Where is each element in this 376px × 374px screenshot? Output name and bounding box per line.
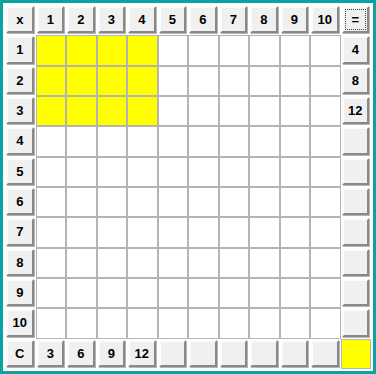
bottom-answer-button-3[interactable]: 9 bbox=[98, 340, 126, 367]
grid-cell-r9c4 bbox=[127, 278, 158, 308]
grid-cell-r7c10 bbox=[310, 217, 341, 247]
grid-cell-r6c5 bbox=[158, 187, 189, 217]
grid-cell-r9c10 bbox=[310, 278, 341, 308]
col-header-button-9[interactable]: 9 bbox=[281, 6, 309, 33]
grid-cell-r1c10 bbox=[310, 35, 341, 65]
grid-cell-r1c1 bbox=[36, 35, 67, 65]
grid-cell-r9c6 bbox=[188, 278, 219, 308]
grid-cell-r5c2 bbox=[66, 157, 97, 187]
grid-cell-r6c2 bbox=[66, 187, 97, 217]
row-header-button-5[interactable]: 5 bbox=[6, 158, 34, 185]
grid-cell-r3c8 bbox=[249, 96, 280, 126]
grid-cell-r8c2 bbox=[66, 248, 97, 278]
bottom-answer-button-4[interactable]: 12 bbox=[128, 340, 156, 367]
grid-cell-r5c5 bbox=[158, 157, 189, 187]
grid-cell-r10c4 bbox=[127, 308, 158, 338]
grid-cell-r9c2 bbox=[66, 278, 97, 308]
grid-cell-r4c6 bbox=[188, 126, 219, 156]
multiply-corner-button[interactable]: x bbox=[6, 6, 34, 33]
row-header-button-7[interactable]: 7 bbox=[6, 218, 34, 245]
grid-cell-r8c6 bbox=[188, 248, 219, 278]
grid-cell-r5c10 bbox=[310, 157, 341, 187]
bottom-answer-button-1[interactable]: 3 bbox=[37, 340, 65, 367]
grid-cell-r1c3 bbox=[97, 35, 128, 65]
col-header-button-3[interactable]: 3 bbox=[98, 6, 126, 33]
row-header-button-3[interactable]: 3 bbox=[6, 97, 34, 124]
row-header-button-1[interactable]: 1 bbox=[6, 36, 34, 63]
right-answer-button-3[interactable]: 12 bbox=[342, 97, 370, 124]
bottom-answer-button-9[interactable] bbox=[281, 340, 309, 367]
row-header-button-2[interactable]: 2 bbox=[6, 67, 34, 94]
grid-cell-r4c3 bbox=[97, 126, 128, 156]
grid-cell-r2c4 bbox=[127, 66, 158, 96]
grid-cell-r1c4 bbox=[127, 35, 158, 65]
grid-cell-r3c5 bbox=[158, 96, 189, 126]
grid-cell-r9c5 bbox=[158, 278, 189, 308]
row-header-button-9[interactable]: 9 bbox=[6, 279, 34, 306]
col-header-button-2[interactable]: 2 bbox=[67, 6, 95, 33]
grid-cell-r9c8 bbox=[249, 278, 280, 308]
right-answer-button-2[interactable]: 8 bbox=[342, 67, 370, 94]
grid-cell-r10c8 bbox=[249, 308, 280, 338]
grid-cell-r4c10 bbox=[310, 126, 341, 156]
col-header-button-5[interactable]: 5 bbox=[159, 6, 187, 33]
col-header-button-10[interactable]: 10 bbox=[311, 6, 339, 33]
equals-button[interactable]: = bbox=[342, 6, 370, 33]
col-header-button-4[interactable]: 4 bbox=[128, 6, 156, 33]
grid-cell-r5c9 bbox=[280, 157, 311, 187]
row-header-button-10[interactable]: 10 bbox=[6, 309, 34, 336]
multiplication-table-app: x12345678910=142831245678910C36912 bbox=[0, 0, 376, 374]
grid-cell-r7c6 bbox=[188, 217, 219, 247]
right-answer-button-9[interactable] bbox=[342, 279, 370, 306]
grid-cell-r6c7 bbox=[219, 187, 250, 217]
grid-cell-r4c7 bbox=[219, 126, 250, 156]
grid-cell-r2c9 bbox=[280, 66, 311, 96]
result-cell bbox=[341, 339, 372, 369]
grid-cell-r3c3 bbox=[97, 96, 128, 126]
grid-cell-r10c1 bbox=[36, 308, 67, 338]
right-answer-button-10[interactable] bbox=[342, 309, 370, 336]
board-grid: x12345678910=142831245678910C36912 bbox=[5, 5, 371, 369]
grid-cell-r3c9 bbox=[280, 96, 311, 126]
grid-cell-r2c8 bbox=[249, 66, 280, 96]
grid-cell-r5c8 bbox=[249, 157, 280, 187]
grid-cell-r9c3 bbox=[97, 278, 128, 308]
bottom-answer-button-10[interactable] bbox=[311, 340, 339, 367]
bottom-answer-button-8[interactable] bbox=[250, 340, 278, 367]
grid-cell-r7c8 bbox=[249, 217, 280, 247]
row-header-button-6[interactable]: 6 bbox=[6, 188, 34, 215]
grid-cell-r1c5 bbox=[158, 35, 189, 65]
grid-cell-r9c9 bbox=[280, 278, 311, 308]
bottom-answer-button-7[interactable] bbox=[220, 340, 248, 367]
row-header-button-8[interactable]: 8 bbox=[6, 249, 34, 276]
row-header-button-4[interactable]: 4 bbox=[6, 127, 34, 154]
grid-cell-r6c8 bbox=[249, 187, 280, 217]
grid-cell-r4c1 bbox=[36, 126, 67, 156]
grid-cell-r2c5 bbox=[158, 66, 189, 96]
grid-cell-r7c1 bbox=[36, 217, 67, 247]
grid-cell-r7c2 bbox=[66, 217, 97, 247]
right-answer-button-5[interactable] bbox=[342, 158, 370, 185]
grid-cell-r3c4 bbox=[127, 96, 158, 126]
grid-cell-r4c2 bbox=[66, 126, 97, 156]
grid-cell-r3c2 bbox=[66, 96, 97, 126]
grid-cell-r10c10 bbox=[310, 308, 341, 338]
grid-cell-r2c6 bbox=[188, 66, 219, 96]
grid-cell-r1c2 bbox=[66, 35, 97, 65]
grid-cell-r3c6 bbox=[188, 96, 219, 126]
grid-cell-r2c10 bbox=[310, 66, 341, 96]
grid-cell-r6c1 bbox=[36, 187, 67, 217]
grid-cell-r8c10 bbox=[310, 248, 341, 278]
right-answer-button-8[interactable] bbox=[342, 249, 370, 276]
grid-cell-r6c6 bbox=[188, 187, 219, 217]
grid-cell-r7c7 bbox=[219, 217, 250, 247]
grid-cell-r10c3 bbox=[97, 308, 128, 338]
grid-cell-r7c3 bbox=[97, 217, 128, 247]
grid-cell-r7c5 bbox=[158, 217, 189, 247]
grid-cell-r6c10 bbox=[310, 187, 341, 217]
grid-cell-r6c9 bbox=[280, 187, 311, 217]
grid-cell-r8c4 bbox=[127, 248, 158, 278]
grid-cell-r8c5 bbox=[158, 248, 189, 278]
grid-cell-r9c1 bbox=[36, 278, 67, 308]
grid-cell-r1c8 bbox=[249, 35, 280, 65]
grid-cell-r6c4 bbox=[127, 187, 158, 217]
grid-cell-r5c7 bbox=[219, 157, 250, 187]
bottom-answer-button-6[interactable] bbox=[189, 340, 217, 367]
col-header-button-8[interactable]: 8 bbox=[250, 6, 278, 33]
clear-button[interactable]: C bbox=[6, 340, 34, 367]
grid-cell-r1c7 bbox=[219, 35, 250, 65]
grid-cell-r4c5 bbox=[158, 126, 189, 156]
col-header-button-1[interactable]: 1 bbox=[37, 6, 65, 33]
grid-cell-r7c9 bbox=[280, 217, 311, 247]
grid-cell-r3c10 bbox=[310, 96, 341, 126]
grid-cell-r6c3 bbox=[97, 187, 128, 217]
right-answer-button-7[interactable] bbox=[342, 218, 370, 245]
grid-cell-r2c7 bbox=[219, 66, 250, 96]
grid-cell-r8c7 bbox=[219, 248, 250, 278]
grid-cell-r1c9 bbox=[280, 35, 311, 65]
grid-cell-r4c9 bbox=[280, 126, 311, 156]
grid-cell-r9c7 bbox=[219, 278, 250, 308]
grid-cell-r10c5 bbox=[158, 308, 189, 338]
grid-cell-r3c7 bbox=[219, 96, 250, 126]
grid-cell-r2c2 bbox=[66, 66, 97, 96]
bottom-answer-button-2[interactable]: 6 bbox=[67, 340, 95, 367]
grid-cell-r7c4 bbox=[127, 217, 158, 247]
grid-cell-r5c1 bbox=[36, 157, 67, 187]
grid-cell-r10c9 bbox=[280, 308, 311, 338]
grid-cell-r5c6 bbox=[188, 157, 219, 187]
right-answer-button-4[interactable] bbox=[342, 127, 370, 154]
grid-cell-r5c4 bbox=[127, 157, 158, 187]
grid-cell-r5c3 bbox=[97, 157, 128, 187]
grid-cell-r2c3 bbox=[97, 66, 128, 96]
bottom-answer-button-5[interactable] bbox=[159, 340, 187, 367]
grid-cell-r10c2 bbox=[66, 308, 97, 338]
grid-cell-r1c6 bbox=[188, 35, 219, 65]
grid-cell-r8c8 bbox=[249, 248, 280, 278]
grid-cell-r8c1 bbox=[36, 248, 67, 278]
grid-cell-r8c9 bbox=[280, 248, 311, 278]
grid-cell-r4c8 bbox=[249, 126, 280, 156]
col-header-button-6[interactable]: 6 bbox=[189, 6, 217, 33]
grid-cell-r8c3 bbox=[97, 248, 128, 278]
grid-cell-r3c1 bbox=[36, 96, 67, 126]
grid-cell-r10c7 bbox=[219, 308, 250, 338]
grid-cell-r4c4 bbox=[127, 126, 158, 156]
grid-cell-r2c1 bbox=[36, 66, 67, 96]
grid-cell-r10c6 bbox=[188, 308, 219, 338]
col-header-button-7[interactable]: 7 bbox=[220, 6, 248, 33]
right-answer-button-6[interactable] bbox=[342, 188, 370, 215]
right-answer-button-1[interactable]: 4 bbox=[342, 36, 370, 63]
